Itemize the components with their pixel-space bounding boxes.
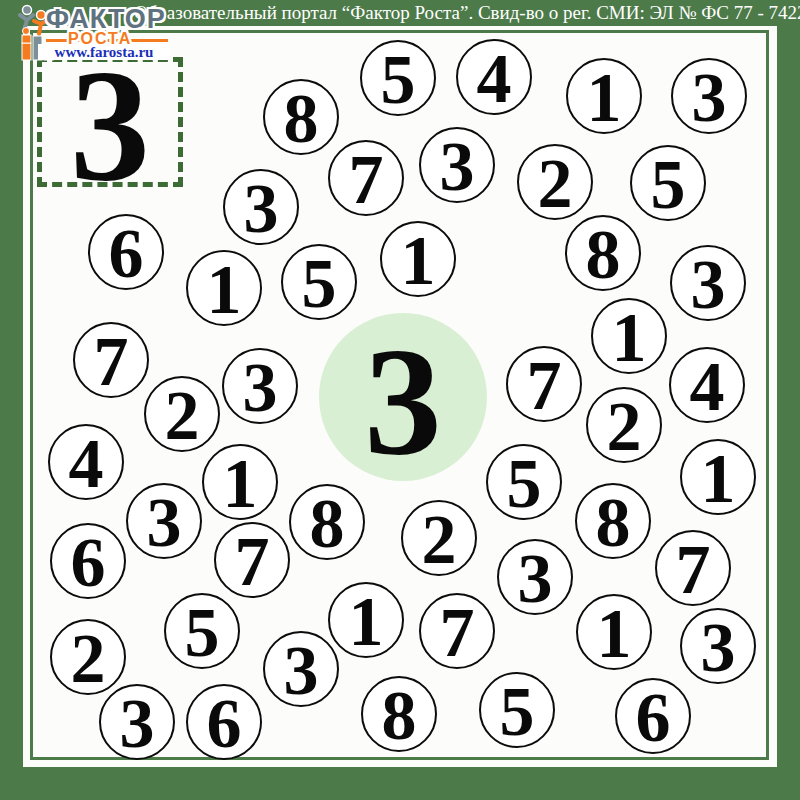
number-circle-8[interactable]: 8 [575,483,651,559]
logo-url-strip: www.farosta.ru [38,44,170,60]
circle-digit: 1 [223,449,258,519]
number-circle-6[interactable]: 6 [50,523,126,599]
circle-digit: 1 [587,63,622,133]
circle-digit: 2 [165,381,200,451]
circle-digit: 4 [477,44,512,114]
number-circle-6[interactable]: 6 [186,684,262,760]
circle-digit: 1 [349,587,384,657]
number-circle-1[interactable]: 1 [680,439,756,515]
circle-digit: 5 [185,598,220,668]
circle-digit: 7 [94,327,129,397]
number-circle-1[interactable]: 1 [328,582,404,658]
number-circle-2[interactable]: 2 [517,144,593,220]
number-circle-3[interactable]: 3 [263,631,339,707]
number-circle-3[interactable]: 3 [223,169,299,245]
number-circle-3[interactable]: 3 [497,539,573,615]
sample-digit: 3 [70,45,150,205]
circle-digit: 7 [527,351,562,421]
circle-digit: 1 [612,303,647,373]
circle-digit: 4 [69,429,104,499]
puzzle-board: 3 3 541383725368153117743224115388276731… [0,0,800,800]
number-circle-3[interactable]: 3 [99,684,175,760]
number-circle-4[interactable]: 4 [456,39,532,115]
circle-digit: 5 [651,150,686,220]
number-circle-8[interactable]: 8 [361,676,437,752]
logo: ФАКТОР РОСТА www.farosta.ru [2,1,172,61]
circle-digit: 7 [676,535,711,605]
circle-digit: 3 [701,613,736,683]
number-circle-5[interactable]: 5 [479,672,555,748]
number-circle-5[interactable]: 5 [360,40,436,116]
circle-digit: 2 [71,624,106,694]
number-circle-7[interactable]: 7 [73,322,149,398]
circle-digit: 3 [518,544,553,614]
number-circle-1[interactable]: 1 [380,221,456,297]
number-circle-8[interactable]: 8 [289,484,365,560]
circle-digit: 3 [440,132,475,202]
number-circle-5[interactable]: 5 [630,145,706,221]
circle-digit: 3 [244,174,279,244]
number-circle-2[interactable]: 2 [50,619,126,695]
number-circle-4[interactable]: 4 [669,347,745,423]
circle-digit: 3 [243,353,278,423]
number-circle-1[interactable]: 1 [591,298,667,374]
number-circle-6[interactable]: 6 [615,678,691,754]
circle-digit: 5 [507,449,542,519]
number-circle-2[interactable]: 2 [401,500,477,576]
number-circle-2[interactable]: 2 [144,376,220,452]
circle-digit: 1 [597,599,632,669]
circle-digit: 2 [538,149,573,219]
number-circle-3[interactable]: 3 [222,348,298,424]
circle-digit: 1 [701,444,736,514]
circle-digit: 2 [607,392,642,462]
circle-digit: 2 [422,505,457,575]
number-circle-8[interactable]: 8 [263,79,339,155]
number-circle-1[interactable]: 1 [202,444,278,520]
number-circle-1[interactable]: 1 [566,58,642,134]
circle-digit: 8 [382,681,417,751]
circle-digit: 3 [691,250,726,320]
circle-digit: 7 [349,145,384,215]
number-circle-7[interactable]: 7 [419,593,495,669]
number-circle-5[interactable]: 5 [281,244,357,320]
logo-url-link[interactable]: www.farosta.ru [55,44,154,61]
circle-digit: 1 [207,255,242,325]
worksheet-page: Образовательный портал “Фактор Роста”. С… [0,0,800,800]
number-circle-4[interactable]: 4 [48,424,124,500]
circle-digit: 8 [310,489,345,559]
center-digit: 3 [364,324,442,479]
circle-digit: 7 [440,598,475,668]
number-circle-1[interactable]: 1 [186,250,262,326]
circle-digit: 8 [596,488,631,558]
number-circle-3[interactable]: 3 [419,127,495,203]
circle-digit: 4 [690,352,725,422]
number-circle-7[interactable]: 7 [655,530,731,606]
circle-digit: 6 [207,689,242,759]
circle-digit: 1 [401,226,436,296]
number-circle-7[interactable]: 7 [214,522,290,598]
circle-digit: 8 [284,84,319,154]
number-circle-7[interactable]: 7 [506,346,582,422]
circle-digit: 6 [71,528,106,598]
circle-digit: 6 [109,219,144,289]
circle-digit: 8 [586,220,621,290]
circle-digit: 7 [235,527,270,597]
number-circle-1[interactable]: 1 [576,594,652,670]
circle-digit: 5 [381,45,416,115]
circle-digit: 3 [120,689,155,759]
number-circle-5[interactable]: 5 [164,593,240,669]
number-circle-2[interactable]: 2 [586,387,662,463]
circle-digit: 6 [636,683,671,753]
center-green-circle: 3 [319,313,487,481]
number-circle-3[interactable]: 3 [126,483,202,559]
number-circle-3[interactable]: 3 [680,608,756,684]
number-circle-6[interactable]: 6 [88,214,164,290]
circle-digit: 5 [500,677,535,747]
circle-digit: 3 [147,488,182,558]
number-circle-3[interactable]: 3 [670,245,746,321]
number-circle-8[interactable]: 8 [565,215,641,291]
sample-digit-box: 3 [37,57,183,187]
number-circle-3[interactable]: 3 [671,58,747,134]
circle-digit: 5 [302,249,337,319]
number-circle-5[interactable]: 5 [486,444,562,520]
number-circle-7[interactable]: 7 [328,140,404,216]
circle-digit: 3 [692,63,727,133]
circle-digit: 3 [284,636,319,706]
